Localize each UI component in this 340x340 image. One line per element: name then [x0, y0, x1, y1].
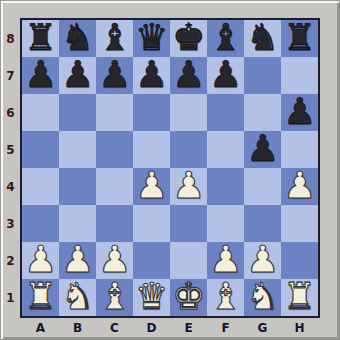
white-bishop: ♝: [209, 278, 242, 315]
file-label-b: B: [59, 318, 96, 338]
rank-label-3: 3: [1, 205, 20, 242]
white-pawn: ♟: [98, 241, 131, 278]
square-h4[interactable]: ♟: [281, 168, 318, 205]
square-d2[interactable]: [133, 242, 170, 279]
white-pawn: ♟: [283, 167, 316, 204]
file-label-d: D: [133, 318, 170, 338]
square-b6[interactable]: [59, 94, 96, 131]
rank-label-2: 2: [1, 242, 20, 279]
rank-label-5: 5: [1, 131, 20, 168]
file-label-a: A: [22, 318, 59, 338]
square-c6[interactable]: [96, 94, 133, 131]
square-h6[interactable]: ♟: [281, 94, 318, 131]
black-pawn: ♟: [172, 56, 205, 93]
square-e4[interactable]: ♟: [170, 168, 207, 205]
square-a3[interactable]: [22, 205, 59, 242]
square-f4[interactable]: [207, 168, 244, 205]
square-g2[interactable]: ♟: [244, 242, 281, 279]
square-a2[interactable]: ♟: [22, 242, 59, 279]
square-c3[interactable]: [96, 205, 133, 242]
square-c5[interactable]: [96, 131, 133, 168]
square-b5[interactable]: [59, 131, 96, 168]
square-b3[interactable]: [59, 205, 96, 242]
square-d4[interactable]: ♟: [133, 168, 170, 205]
square-d8[interactable]: ♛: [133, 20, 170, 57]
black-knight: ♞: [246, 19, 279, 56]
square-b4[interactable]: [59, 168, 96, 205]
black-queen: ♛: [135, 19, 168, 56]
black-rook: ♜: [283, 19, 316, 56]
black-king: ♚: [172, 19, 205, 56]
white-rook: ♜: [24, 278, 57, 315]
square-d7[interactable]: ♟: [133, 57, 170, 94]
rank-label-6: 6: [1, 94, 20, 131]
square-e8[interactable]: ♚: [170, 20, 207, 57]
square-f6[interactable]: [207, 94, 244, 131]
rank-label-4: 4: [1, 168, 20, 205]
white-rook: ♜: [283, 278, 316, 315]
square-f3[interactable]: [207, 205, 244, 242]
board-frame: 87654321 ♜♞♝♛♚♝♞♜♟♟♟♟♟♟♟♟♟♟♟♟♟♟♟♟♜♞♝♛♚♝♞…: [0, 0, 340, 340]
square-f5[interactable]: [207, 131, 244, 168]
black-knight: ♞: [61, 19, 94, 56]
square-c7[interactable]: ♟: [96, 57, 133, 94]
white-pawn: ♟: [61, 241, 94, 278]
white-bishop: ♝: [98, 278, 131, 315]
square-c4[interactable]: [96, 168, 133, 205]
square-d1[interactable]: ♛: [133, 279, 170, 316]
square-b2[interactable]: ♟: [59, 242, 96, 279]
square-f2[interactable]: ♟: [207, 242, 244, 279]
square-e2[interactable]: [170, 242, 207, 279]
square-d3[interactable]: [133, 205, 170, 242]
black-pawn: ♟: [98, 56, 131, 93]
white-pawn: ♟: [135, 167, 168, 204]
square-e5[interactable]: [170, 131, 207, 168]
square-g6[interactable]: [244, 94, 281, 131]
square-a7[interactable]: ♟: [22, 57, 59, 94]
square-a1[interactable]: ♜: [22, 279, 59, 316]
square-h8[interactable]: ♜: [281, 20, 318, 57]
square-h5[interactable]: [281, 131, 318, 168]
file-label-h: H: [281, 318, 318, 338]
black-pawn: ♟: [246, 130, 279, 167]
white-queen: ♛: [135, 278, 168, 315]
square-d5[interactable]: [133, 131, 170, 168]
black-bishop: ♝: [98, 19, 131, 56]
white-king: ♚: [172, 278, 205, 315]
rank-label-1: 1: [1, 279, 20, 316]
square-g3[interactable]: [244, 205, 281, 242]
square-f8[interactable]: ♝: [207, 20, 244, 57]
white-pawn: ♟: [24, 241, 57, 278]
square-e1[interactable]: ♚: [170, 279, 207, 316]
white-pawn: ♟: [246, 241, 279, 278]
square-b8[interactable]: ♞: [59, 20, 96, 57]
square-h7[interactable]: [281, 57, 318, 94]
file-label-f: F: [207, 318, 244, 338]
square-a8[interactable]: ♜: [22, 20, 59, 57]
square-c8[interactable]: ♝: [96, 20, 133, 57]
square-d6[interactable]: [133, 94, 170, 131]
square-g1[interactable]: ♞: [244, 279, 281, 316]
square-e6[interactable]: [170, 94, 207, 131]
white-knight: ♞: [246, 278, 279, 315]
rank-label-7: 7: [1, 57, 20, 94]
square-a6[interactable]: [22, 94, 59, 131]
square-a5[interactable]: [22, 131, 59, 168]
black-bishop: ♝: [209, 19, 242, 56]
white-pawn: ♟: [209, 241, 242, 278]
file-labels: ABCDEFGH: [22, 318, 318, 338]
black-pawn: ♟: [135, 56, 168, 93]
black-pawn: ♟: [24, 56, 57, 93]
black-rook: ♜: [24, 19, 57, 56]
square-g5[interactable]: ♟: [244, 131, 281, 168]
black-pawn: ♟: [283, 93, 316, 130]
square-e3[interactable]: [170, 205, 207, 242]
white-knight: ♞: [61, 278, 94, 315]
square-b7[interactable]: ♟: [59, 57, 96, 94]
file-label-e: E: [170, 318, 207, 338]
square-c1[interactable]: ♝: [96, 279, 133, 316]
square-f7[interactable]: ♟: [207, 57, 244, 94]
square-h3[interactable]: [281, 205, 318, 242]
chess-board: ♜♞♝♛♚♝♞♜♟♟♟♟♟♟♟♟♟♟♟♟♟♟♟♟♜♞♝♛♚♝♞♜: [20, 18, 320, 318]
black-pawn: ♟: [61, 56, 94, 93]
rank-labels: 87654321: [1, 20, 20, 316]
square-g8[interactable]: ♞: [244, 20, 281, 57]
square-f1[interactable]: ♝: [207, 279, 244, 316]
square-g7[interactable]: [244, 57, 281, 94]
white-pawn: ♟: [172, 167, 205, 204]
square-g4[interactable]: [244, 168, 281, 205]
rank-label-8: 8: [1, 20, 20, 57]
square-h2[interactable]: [281, 242, 318, 279]
black-pawn: ♟: [209, 56, 242, 93]
file-label-g: G: [244, 318, 281, 338]
square-b1[interactable]: ♞: [59, 279, 96, 316]
square-e7[interactable]: ♟: [170, 57, 207, 94]
file-label-c: C: [96, 318, 133, 338]
square-h1[interactable]: ♜: [281, 279, 318, 316]
square-c2[interactable]: ♟: [96, 242, 133, 279]
square-a4[interactable]: [22, 168, 59, 205]
